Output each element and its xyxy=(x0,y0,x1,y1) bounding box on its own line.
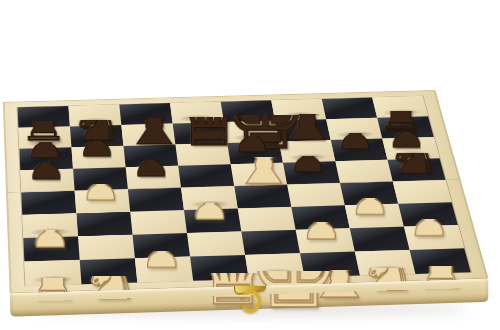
square-b4 xyxy=(75,189,131,213)
square-d7 xyxy=(173,122,228,144)
square-a1: ♜ xyxy=(24,260,81,286)
square-b5: ♟ xyxy=(73,167,128,190)
square-c1 xyxy=(135,257,193,283)
board-grid: ♜♞♝♛♚♝♜♟♟♟♟♟♟♟♝♟♞♟♟♟♟♟♟♟♜♞♛♚♝♞♜ xyxy=(18,96,471,286)
square-f5 xyxy=(283,161,340,184)
square-a5 xyxy=(20,169,74,193)
square-e6: ♝ xyxy=(227,141,283,164)
square-g6 xyxy=(331,139,388,162)
square-g4: ♟ xyxy=(340,181,398,205)
square-d1: ♛ xyxy=(190,255,249,281)
square-d6 xyxy=(175,143,230,166)
square-g7: ♟ xyxy=(326,118,382,140)
square-a3: ♟ xyxy=(22,213,78,238)
square-h1: ♜ xyxy=(410,248,471,274)
square-b3 xyxy=(76,212,132,237)
square-b7: ♟ xyxy=(70,125,124,147)
chess-set-photo: ♜♞♝♛♚♝♜♟♟♟♟♟♟♟♝♟♞♟♟♟♟♟♟♟♜♞♛♚♝♞♜ xyxy=(0,0,500,330)
square-c4 xyxy=(128,188,184,212)
chess-board-box: ♜♞♝♛♚♝♜♟♟♟♟♟♟♟♝♟♞♟♟♟♟♟♟♟♜♞♛♚♝♞♜ xyxy=(3,90,489,293)
square-c2: ♟ xyxy=(133,233,191,258)
brass-clasp xyxy=(228,280,272,310)
square-h5 xyxy=(387,158,445,181)
square-h3: ♟ xyxy=(398,202,458,226)
square-b1: ♞ xyxy=(80,258,138,284)
square-e5 xyxy=(231,163,287,186)
square-c6: ♟ xyxy=(123,144,178,167)
square-c5 xyxy=(126,166,181,189)
square-e4 xyxy=(234,185,291,209)
square-h6: ♞ xyxy=(382,137,439,160)
square-d4: ♟ xyxy=(181,186,238,210)
square-a6: ♟ xyxy=(19,147,73,170)
square-c8: ♝ xyxy=(119,103,172,125)
